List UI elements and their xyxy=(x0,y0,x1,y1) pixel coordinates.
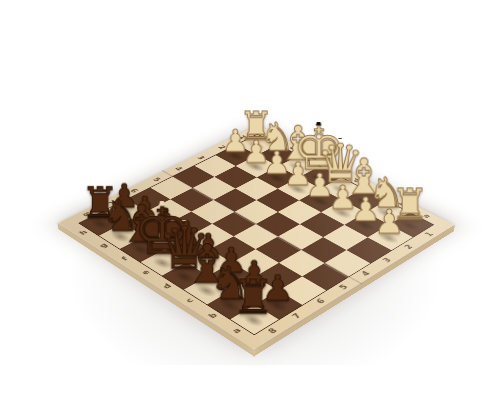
rook-glyph: ♜ xyxy=(232,275,274,320)
king-cone-finial xyxy=(316,116,322,126)
king-cone-finial xyxy=(159,195,165,205)
piece-billboard: ♟ xyxy=(358,206,421,238)
pawn-glyph: ♟ xyxy=(374,206,404,238)
piece-black-rook-a8[interactable]: ♜ xyxy=(230,304,279,334)
photo-background: hgfedcba hgfedcba 12345678 12345678 ♜♞♝♚… xyxy=(0,0,500,400)
piece-white-pawn-a2[interactable]: ♟ xyxy=(368,225,413,250)
piece-billboard: ♜ xyxy=(219,275,288,320)
